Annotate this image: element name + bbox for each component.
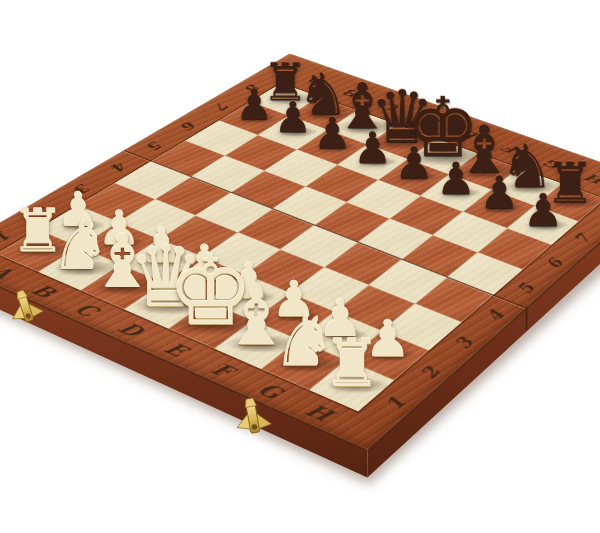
piece-black-pawn-f7: ♟ <box>436 156 476 200</box>
piece-black-pawn-e7: ♟ <box>394 141 433 185</box>
piece-black-pawn-g7: ♟ <box>479 172 519 217</box>
piece-black-pawn-h7: ♟ <box>523 188 564 233</box>
piece-white-rook-h1: ♜ <box>323 331 382 396</box>
photo-scene: AABBCCDDEEFFGGHH1122334455667788 ♜♞♟♝♟♛♟… <box>0 0 600 533</box>
piece-black-pawn-c7: ♟ <box>313 112 352 155</box>
piece-black-pawn-d7: ♟ <box>353 126 392 169</box>
pieces-layer: ♜♞♟♝♟♛♟♚♟♝♟♞♟♜♟♟♟♟♜♟♞♟♝♟♛♟♚♟♝♟♞♜ <box>0 0 600 533</box>
piece-black-pawn-b7: ♟ <box>274 98 312 141</box>
piece-black-pawn-a7: ♟ <box>235 84 273 126</box>
